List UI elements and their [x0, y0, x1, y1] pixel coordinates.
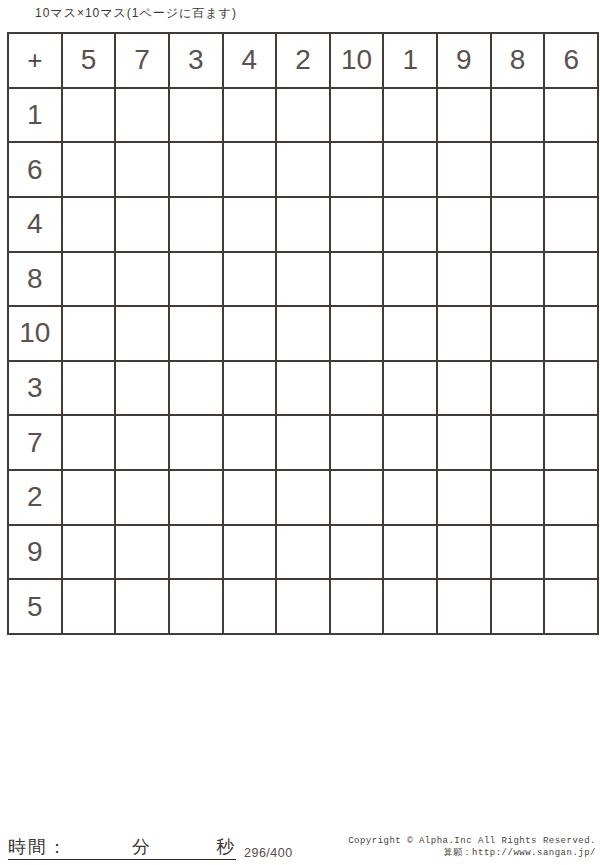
answer-cell[interactable]: [224, 307, 276, 360]
answer-cell[interactable]: [545, 253, 597, 306]
answer-cell[interactable]: [331, 307, 383, 360]
answer-cell[interactable]: [116, 89, 168, 142]
answer-cell[interactable]: [492, 526, 544, 579]
answer-cell[interactable]: [545, 471, 597, 524]
answer-cell[interactable]: [224, 526, 276, 579]
answer-cell[interactable]: [384, 253, 436, 306]
row-header-cell: 10: [9, 307, 61, 360]
col-header-cell: 8: [492, 34, 544, 87]
answer-cell[interactable]: [277, 89, 329, 142]
answer-cell[interactable]: [63, 526, 115, 579]
answer-cell[interactable]: [277, 362, 329, 415]
operator-cell: +: [9, 34, 61, 87]
answer-cell[interactable]: [63, 307, 115, 360]
page-counter: 296/400: [244, 846, 293, 860]
answer-cell[interactable]: [116, 362, 168, 415]
col-header-cell: 10: [331, 34, 383, 87]
answer-cell[interactable]: [331, 362, 383, 415]
row-header-cell: 2: [9, 471, 61, 524]
answer-cell[interactable]: [116, 198, 168, 251]
answer-cell[interactable]: [224, 416, 276, 469]
answer-cell[interactable]: [224, 89, 276, 142]
answer-cell[interactable]: [438, 362, 490, 415]
answer-cell[interactable]: [331, 471, 383, 524]
answer-cell[interactable]: [170, 198, 222, 251]
answer-cell[interactable]: [492, 580, 544, 633]
col-header-cell: 3: [170, 34, 222, 87]
answer-cell[interactable]: [545, 362, 597, 415]
row-header-cell: 8: [9, 253, 61, 306]
answer-cell[interactable]: [170, 89, 222, 142]
answer-cell[interactable]: [63, 143, 115, 196]
col-header-cell: 7: [116, 34, 168, 87]
answer-cell[interactable]: [331, 253, 383, 306]
answer-cell[interactable]: [331, 143, 383, 196]
answer-cell[interactable]: [438, 253, 490, 306]
answer-cell[interactable]: [492, 89, 544, 142]
minutes-label: 分: [132, 835, 152, 859]
answer-cell[interactable]: [116, 307, 168, 360]
answer-cell[interactable]: [331, 89, 383, 142]
answer-cell[interactable]: [331, 198, 383, 251]
answer-cell[interactable]: [277, 253, 329, 306]
answer-cell[interactable]: [63, 362, 115, 415]
copyright-block: Copyright © Alpha.Inc All Rights Reserve…: [348, 836, 596, 859]
answer-cell[interactable]: [224, 580, 276, 633]
answer-cell[interactable]: [384, 198, 436, 251]
answer-cell[interactable]: [545, 89, 597, 142]
col-header-cell: 9: [438, 34, 490, 87]
answer-cell[interactable]: [224, 471, 276, 524]
col-header-cell: 5: [63, 34, 115, 87]
answer-cell[interactable]: [545, 307, 597, 360]
answer-cell[interactable]: [277, 307, 329, 360]
answer-cell[interactable]: [384, 89, 436, 142]
answer-cell[interactable]: [384, 307, 436, 360]
answer-cell[interactable]: [438, 307, 490, 360]
answer-cell[interactable]: [545, 198, 597, 251]
answer-cell[interactable]: [545, 580, 597, 633]
row-header-cell: 9: [9, 526, 61, 579]
seconds-label: 秒: [216, 835, 236, 859]
site-link: 算願：http://www.sangan.jp/: [348, 848, 596, 860]
row-header-cell: 1: [9, 89, 61, 142]
answer-cell[interactable]: [438, 198, 490, 251]
col-header-cell: 1: [384, 34, 436, 87]
page-title: 10マス×10マス(1ページに百ます): [35, 5, 237, 22]
answer-cell[interactable]: [438, 471, 490, 524]
col-header-cell: 4: [224, 34, 276, 87]
answer-cell[interactable]: [277, 580, 329, 633]
answer-cell[interactable]: [492, 198, 544, 251]
answer-cell[interactable]: [492, 471, 544, 524]
row-header-cell: 4: [9, 198, 61, 251]
answer-cell[interactable]: [116, 471, 168, 524]
answer-cell[interactable]: [331, 580, 383, 633]
answer-cell[interactable]: [170, 307, 222, 360]
answer-cell[interactable]: [63, 471, 115, 524]
answer-cell[interactable]: [331, 526, 383, 579]
copyright-text: Copyright © Alpha.Inc All Rights Reserve…: [348, 836, 596, 848]
answer-cell[interactable]: [438, 143, 490, 196]
row-header-cell: 5: [9, 580, 61, 633]
answer-cell[interactable]: [492, 253, 544, 306]
answer-cell[interactable]: [170, 362, 222, 415]
time-label: 時間：: [8, 835, 68, 859]
row-header-cell: 3: [9, 362, 61, 415]
answer-cell[interactable]: [384, 362, 436, 415]
answer-cell[interactable]: [224, 143, 276, 196]
answer-cell[interactable]: [384, 526, 436, 579]
answer-cell[interactable]: [116, 143, 168, 196]
answer-cell[interactable]: [170, 253, 222, 306]
answer-cell[interactable]: [224, 362, 276, 415]
answer-cell[interactable]: [170, 471, 222, 524]
answer-cell[interactable]: [384, 416, 436, 469]
answer-cell[interactable]: [116, 580, 168, 633]
time-entry-line: 時間： 分 秒: [8, 835, 236, 860]
col-header-cell: 2: [277, 34, 329, 87]
answer-cell[interactable]: [277, 143, 329, 196]
answer-cell[interactable]: [116, 526, 168, 579]
answer-cell[interactable]: [438, 580, 490, 633]
answer-cell[interactable]: [331, 416, 383, 469]
answer-cell[interactable]: [277, 526, 329, 579]
answer-cell[interactable]: [384, 143, 436, 196]
answer-cell[interactable]: [545, 526, 597, 579]
answer-cell[interactable]: [438, 416, 490, 469]
answer-cell[interactable]: [545, 143, 597, 196]
answer-cell[interactable]: [63, 198, 115, 251]
answer-cell[interactable]: [63, 253, 115, 306]
row-header-cell: 6: [9, 143, 61, 196]
answer-cell[interactable]: [224, 198, 276, 251]
answer-cell[interactable]: [63, 416, 115, 469]
answer-cell[interactable]: [545, 416, 597, 469]
answer-cell[interactable]: [492, 143, 544, 196]
answer-cell[interactable]: [63, 89, 115, 142]
answer-cell[interactable]: [384, 580, 436, 633]
answer-cell[interactable]: [438, 89, 490, 142]
answer-cell[interactable]: [170, 416, 222, 469]
answer-cell[interactable]: [277, 416, 329, 469]
answer-cell[interactable]: [277, 198, 329, 251]
answer-cell[interactable]: [116, 416, 168, 469]
answer-cell[interactable]: [116, 253, 168, 306]
answer-cell[interactable]: [492, 416, 544, 469]
answer-cell[interactable]: [63, 580, 115, 633]
answer-cell[interactable]: [492, 362, 544, 415]
answer-cell[interactable]: [170, 143, 222, 196]
answer-cell[interactable]: [438, 526, 490, 579]
answer-cell[interactable]: [224, 253, 276, 306]
row-header-cell: 7: [9, 416, 61, 469]
col-header-cell: 6: [545, 34, 597, 87]
answer-cell[interactable]: [492, 307, 544, 360]
answer-cell[interactable]: [384, 471, 436, 524]
hundred-square-grid: +5734210198616481037295: [7, 32, 599, 635]
answer-cell[interactable]: [170, 580, 222, 633]
answer-cell[interactable]: [277, 471, 329, 524]
answer-cell[interactable]: [170, 526, 222, 579]
